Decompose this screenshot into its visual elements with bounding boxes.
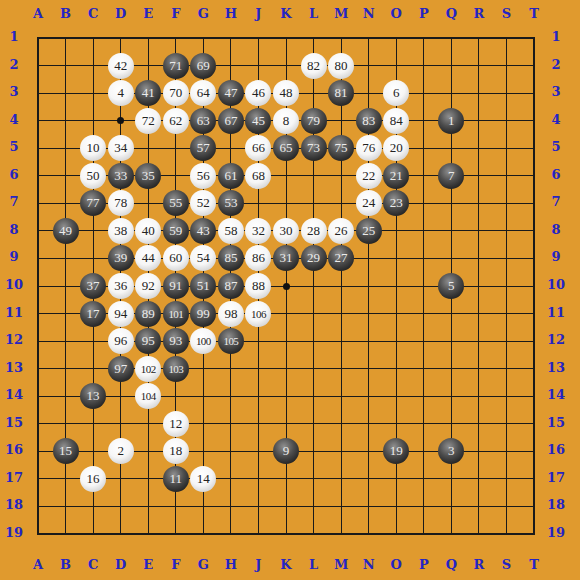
- grid-line-vertical: [506, 38, 507, 534]
- stone-black-h12: 105: [218, 328, 244, 354]
- stone-black-e6: 35: [135, 163, 161, 189]
- stone-white-d7: 78: [108, 190, 134, 216]
- stone-black-l5: 73: [301, 135, 327, 161]
- move-number: 15: [59, 443, 72, 459]
- move-number: 34: [114, 140, 127, 156]
- move-number: 23: [390, 195, 403, 211]
- move-number: 26: [335, 223, 348, 239]
- column-label-bottom: A: [27, 557, 49, 575]
- column-label-bottom: N: [358, 557, 380, 575]
- row-label-left: 6: [1, 167, 27, 185]
- row-label-right: 16: [543, 442, 569, 460]
- column-label-bottom: H: [220, 557, 242, 575]
- stone-black-h3: 47: [218, 80, 244, 106]
- column-label-top: F: [165, 6, 187, 24]
- grid-line-horizontal: [38, 423, 534, 424]
- row-label-left: 3: [1, 84, 27, 102]
- move-number: 1: [448, 113, 455, 129]
- stone-white-m8: 26: [328, 218, 354, 244]
- stone-black-g11: 99: [190, 301, 216, 327]
- move-number: 101: [168, 308, 183, 320]
- move-number: 88: [252, 278, 265, 294]
- row-label-left: 13: [1, 360, 27, 378]
- row-label-left: 16: [1, 442, 27, 460]
- column-label-bottom: B: [55, 557, 77, 575]
- stone-white-g6: 56: [190, 163, 216, 189]
- grid-line-horizontal: [38, 506, 534, 507]
- move-number: 77: [87, 195, 100, 211]
- move-number: 61: [224, 168, 237, 184]
- move-number: 105: [224, 335, 239, 347]
- move-number: 17: [87, 306, 100, 322]
- move-number: 42: [114, 58, 127, 74]
- stone-white-d5: 34: [108, 135, 134, 161]
- stone-white-h11: 98: [218, 301, 244, 327]
- move-number: 52: [197, 195, 210, 211]
- row-label-right: 5: [543, 139, 569, 157]
- go-board: AABBCCDDEEFFGGHHJJKKLLMMNNOOPPQQRRSSTT11…: [0, 0, 580, 580]
- column-label-bottom: K: [275, 557, 297, 575]
- column-label-bottom: G: [192, 557, 214, 575]
- move-number: 32: [252, 223, 265, 239]
- grid-line-vertical: [478, 38, 479, 534]
- column-label-bottom: L: [303, 557, 325, 575]
- column-label-bottom: C: [82, 557, 104, 575]
- stone-white-l8: 28: [301, 218, 327, 244]
- move-number: 33: [114, 168, 127, 184]
- move-number: 44: [142, 250, 155, 266]
- move-number: 104: [141, 390, 156, 402]
- move-number: 3: [448, 443, 455, 459]
- column-label-top: G: [192, 6, 214, 24]
- move-number: 95: [142, 333, 155, 349]
- row-label-right: 4: [543, 112, 569, 130]
- column-label-bottom: M: [330, 557, 352, 575]
- stone-white-e13: 102: [135, 356, 161, 382]
- row-label-right: 18: [543, 497, 569, 515]
- move-number: 84: [390, 113, 403, 129]
- move-number: 12: [169, 416, 182, 432]
- column-label-bottom: S: [495, 557, 517, 575]
- stone-white-d3: 4: [108, 80, 134, 106]
- move-number: 54: [197, 250, 210, 266]
- stone-black-h10: 87: [218, 273, 244, 299]
- row-label-left: 5: [1, 139, 27, 157]
- column-label-top: Q: [440, 6, 462, 24]
- stone-black-d13: 97: [108, 356, 134, 382]
- row-label-right: 9: [543, 249, 569, 267]
- grid-line-horizontal: [38, 478, 534, 479]
- row-label-left: 15: [1, 415, 27, 433]
- move-number: 87: [224, 278, 237, 294]
- row-label-right: 7: [543, 194, 569, 212]
- move-number: 25: [362, 223, 375, 239]
- move-number: 100: [196, 335, 211, 347]
- move-number: 57: [197, 140, 210, 156]
- column-label-top: H: [220, 6, 242, 24]
- move-number: 43: [197, 223, 210, 239]
- row-label-left: 7: [1, 194, 27, 212]
- column-label-bottom: R: [468, 557, 490, 575]
- move-number: 50: [87, 168, 100, 184]
- move-number: 96: [114, 333, 127, 349]
- stone-white-c6: 50: [80, 163, 106, 189]
- move-number: 68: [252, 168, 265, 184]
- stone-black-f2: 71: [163, 53, 189, 79]
- stone-white-f4: 62: [163, 108, 189, 134]
- row-label-left: 8: [1, 222, 27, 240]
- move-number: 36: [114, 278, 127, 294]
- move-number: 70: [169, 85, 182, 101]
- stone-white-k8: 30: [273, 218, 299, 244]
- stone-black-f10: 91: [163, 273, 189, 299]
- row-label-right: 1: [543, 29, 569, 47]
- hoshi-k10: [283, 283, 290, 290]
- row-label-right: 13: [543, 360, 569, 378]
- move-number: 98: [224, 306, 237, 322]
- move-number: 6: [393, 85, 400, 101]
- move-number: 103: [168, 363, 183, 375]
- move-number: 65: [280, 140, 293, 156]
- column-label-bottom: E: [137, 557, 159, 575]
- stone-white-f15: 12: [163, 411, 189, 437]
- row-label-right: 14: [543, 387, 569, 405]
- column-label-bottom: P: [413, 557, 435, 575]
- column-label-bottom: F: [165, 557, 187, 575]
- move-number: 99: [197, 306, 210, 322]
- move-number: 46: [252, 85, 265, 101]
- stone-white-n7: 24: [356, 190, 382, 216]
- column-label-top: B: [55, 6, 77, 24]
- stone-white-n6: 22: [356, 163, 382, 189]
- column-label-top: O: [385, 6, 407, 24]
- move-number: 2: [117, 443, 124, 459]
- row-label-left: 10: [1, 277, 27, 295]
- stone-black-o6: 21: [383, 163, 409, 189]
- stone-black-j4: 45: [245, 108, 271, 134]
- stone-black-l4: 79: [301, 108, 327, 134]
- stone-white-e4: 72: [135, 108, 161, 134]
- stone-white-e8: 40: [135, 218, 161, 244]
- stone-black-d9: 39: [108, 245, 134, 271]
- move-number: 56: [197, 168, 210, 184]
- column-label-bottom: O: [385, 557, 407, 575]
- column-label-top: N: [358, 6, 380, 24]
- move-number: 22: [362, 168, 375, 184]
- move-number: 81: [335, 85, 348, 101]
- move-number: 30: [280, 223, 293, 239]
- move-number: 63: [197, 113, 210, 129]
- move-number: 78: [114, 195, 127, 211]
- row-label-right: 3: [543, 84, 569, 102]
- stone-black-f17: 11: [163, 466, 189, 492]
- move-number: 82: [307, 58, 320, 74]
- stone-white-f3: 70: [163, 80, 189, 106]
- move-number: 80: [335, 58, 348, 74]
- row-label-right: 12: [543, 332, 569, 350]
- column-label-top: L: [303, 6, 325, 24]
- stone-black-g4: 63: [190, 108, 216, 134]
- column-label-bottom: D: [110, 557, 132, 575]
- stone-white-d10: 36: [108, 273, 134, 299]
- move-number: 93: [169, 333, 182, 349]
- move-number: 39: [114, 250, 127, 266]
- stone-white-k3: 48: [273, 80, 299, 106]
- move-number: 94: [114, 306, 127, 322]
- move-number: 40: [142, 223, 155, 239]
- move-number: 51: [197, 278, 210, 294]
- stone-white-f16: 18: [163, 438, 189, 464]
- column-label-top: T: [523, 6, 545, 24]
- row-label-left: 2: [1, 57, 27, 75]
- stone-black-f12: 93: [163, 328, 189, 354]
- move-number: 86: [252, 250, 265, 266]
- row-label-right: 10: [543, 277, 569, 295]
- column-label-bottom: T: [523, 557, 545, 575]
- row-label-left: 18: [1, 497, 27, 515]
- move-number: 91: [169, 278, 182, 294]
- stone-black-l9: 29: [301, 245, 327, 271]
- stone-black-f11: 101: [163, 301, 189, 327]
- move-number: 72: [142, 113, 155, 129]
- move-number: 10: [87, 140, 100, 156]
- column-label-top: A: [27, 6, 49, 24]
- row-label-right: 19: [543, 525, 569, 543]
- row-label-left: 9: [1, 249, 27, 267]
- move-number: 9: [283, 443, 290, 459]
- stone-white-j11: 106: [245, 301, 271, 327]
- move-number: 60: [169, 250, 182, 266]
- move-number: 45: [252, 113, 265, 129]
- grid-line-vertical: [423, 38, 424, 534]
- stone-white-o4: 84: [383, 108, 409, 134]
- column-label-bottom: J: [247, 557, 269, 575]
- stone-black-h4: 67: [218, 108, 244, 134]
- move-number: 75: [335, 140, 348, 156]
- move-number: 37: [87, 278, 100, 294]
- stone-black-c11: 17: [80, 301, 106, 327]
- row-label-right: 2: [543, 57, 569, 75]
- move-number: 47: [224, 85, 237, 101]
- stone-white-k4: 8: [273, 108, 299, 134]
- move-number: 16: [87, 471, 100, 487]
- column-label-top: K: [275, 6, 297, 24]
- move-number: 29: [307, 250, 320, 266]
- move-number: 71: [169, 58, 182, 74]
- row-label-left: 17: [1, 470, 27, 488]
- stone-black-d6: 33: [108, 163, 134, 189]
- move-number: 62: [169, 113, 182, 129]
- column-label-top: R: [468, 6, 490, 24]
- stone-black-b16: 15: [53, 438, 79, 464]
- row-label-right: 6: [543, 167, 569, 185]
- move-number: 8: [283, 113, 290, 129]
- move-number: 53: [224, 195, 237, 211]
- move-number: 83: [362, 113, 375, 129]
- column-label-top: P: [413, 6, 435, 24]
- column-label-top: C: [82, 6, 104, 24]
- move-number: 59: [169, 223, 182, 239]
- stone-white-d8: 38: [108, 218, 134, 244]
- move-number: 14: [197, 471, 210, 487]
- stone-white-n5: 76: [356, 135, 382, 161]
- move-number: 73: [307, 140, 320, 156]
- move-number: 20: [390, 140, 403, 156]
- move-number: 7: [448, 168, 455, 184]
- move-number: 21: [390, 168, 403, 184]
- move-number: 97: [114, 361, 127, 377]
- stone-black-f13: 103: [163, 356, 189, 382]
- move-number: 13: [87, 388, 100, 404]
- row-label-right: 15: [543, 415, 569, 433]
- stone-black-n8: 25: [356, 218, 382, 244]
- column-label-top: J: [247, 6, 269, 24]
- row-label-right: 17: [543, 470, 569, 488]
- grid-line-vertical: [341, 38, 342, 534]
- row-label-right: 11: [543, 305, 569, 323]
- stone-white-l2: 82: [301, 53, 327, 79]
- move-number: 18: [169, 443, 182, 459]
- column-label-top: M: [330, 6, 352, 24]
- stone-white-m2: 80: [328, 53, 354, 79]
- move-number: 92: [142, 278, 155, 294]
- move-number: 85: [224, 250, 237, 266]
- stone-white-d2: 42: [108, 53, 134, 79]
- move-number: 69: [197, 58, 210, 74]
- stone-black-b8: 49: [53, 218, 79, 244]
- move-number: 67: [224, 113, 237, 129]
- stone-black-e11: 89: [135, 301, 161, 327]
- move-number: 35: [142, 168, 155, 184]
- row-label-right: 8: [543, 222, 569, 240]
- move-number: 38: [114, 223, 127, 239]
- stone-white-d11: 94: [108, 301, 134, 327]
- stone-white-d12: 96: [108, 328, 134, 354]
- move-number: 41: [142, 85, 155, 101]
- stone-black-g2: 69: [190, 53, 216, 79]
- row-label-left: 1: [1, 29, 27, 47]
- move-number: 31: [280, 250, 293, 266]
- move-number: 79: [307, 113, 320, 129]
- move-number: 19: [390, 443, 403, 459]
- column-label-bottom: Q: [440, 557, 462, 575]
- move-number: 106: [251, 308, 266, 320]
- stone-black-n4: 83: [356, 108, 382, 134]
- row-label-left: 12: [1, 332, 27, 350]
- column-label-top: D: [110, 6, 132, 24]
- move-number: 11: [170, 471, 183, 487]
- stone-white-c17: 16: [80, 466, 106, 492]
- row-label-left: 11: [1, 305, 27, 323]
- move-number: 27: [335, 250, 348, 266]
- row-label-left: 19: [1, 525, 27, 543]
- row-label-left: 4: [1, 112, 27, 130]
- stone-black-h6: 61: [218, 163, 244, 189]
- move-number: 5: [448, 278, 455, 294]
- grid-line-horizontal: [38, 396, 534, 397]
- move-number: 66: [252, 140, 265, 156]
- move-number: 58: [224, 223, 237, 239]
- move-number: 49: [59, 223, 72, 239]
- stone-white-d16: 2: [108, 438, 134, 464]
- move-number: 76: [362, 140, 375, 156]
- stone-black-f7: 55: [163, 190, 189, 216]
- column-label-top: S: [495, 6, 517, 24]
- column-label-top: E: [137, 6, 159, 24]
- move-number: 55: [169, 195, 182, 211]
- move-number: 48: [280, 85, 293, 101]
- move-number: 102: [141, 363, 156, 375]
- stone-white-h8: 58: [218, 218, 244, 244]
- stone-black-q4: 1: [438, 108, 464, 134]
- stone-black-f8: 59: [163, 218, 189, 244]
- move-number: 24: [362, 195, 375, 211]
- stone-black-c10: 37: [80, 273, 106, 299]
- row-label-left: 14: [1, 387, 27, 405]
- move-number: 64: [197, 85, 210, 101]
- move-number: 4: [117, 85, 124, 101]
- move-number: 28: [307, 223, 320, 239]
- move-number: 89: [142, 306, 155, 322]
- stone-black-q6: 7: [438, 163, 464, 189]
